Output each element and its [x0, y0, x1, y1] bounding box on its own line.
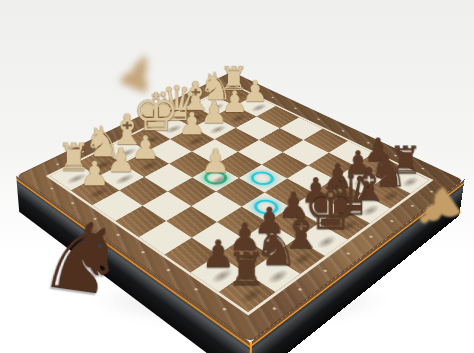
piece-shadow	[111, 171, 138, 186]
scene: ♜♞♝♚♛♝♞♜♟♟♟♟♟♟♟♟♟♟♟♟♟♟♟♟♜♞♝♚♛♝♞♜ ♟♞♟	[0, 0, 474, 353]
piece-shadow	[378, 188, 404, 204]
frame-dot	[222, 308, 227, 312]
frame-dot	[166, 269, 171, 272]
chess-board: ♜♞♝♚♛♝♞♜♟♟♟♟♟♟♟♟♟♟♟♟♟♟♟♟♜♞♝♚♛♝♞♜	[16, 72, 463, 343]
square-e4: ♟	[192, 164, 239, 191]
square-d7: ♟	[291, 193, 341, 223]
frame-dot	[129, 127, 133, 129]
piece-shadow	[288, 249, 317, 269]
frame-dot	[393, 154, 397, 156]
frame-dot	[50, 187, 54, 190]
piece-shadow	[234, 248, 264, 268]
frame-dot	[116, 234, 121, 237]
frame-dot	[250, 86, 254, 88]
piece-black-P-b7: ♟	[341, 146, 375, 179]
blurred-light-pawn-top-left: ♟	[111, 44, 166, 102]
square-d6	[264, 178, 313, 207]
frame-dot	[367, 142, 371, 144]
frame-dot	[369, 235, 374, 238]
piece-white-R-a1: ♜	[219, 63, 248, 96]
frame-dot	[323, 269, 328, 272]
frame-dot	[215, 85, 219, 87]
frame-dot	[317, 118, 321, 120]
frame-dot	[106, 139, 110, 141]
piece-shadow	[312, 233, 340, 252]
frame-dot	[71, 202, 75, 205]
frame-dot	[293, 107, 297, 109]
piece-shadow	[329, 187, 355, 203]
frame-dot	[194, 288, 199, 291]
piece-shadow	[370, 161, 395, 176]
frame-dot	[430, 190, 434, 193]
frame-dot	[195, 95, 199, 97]
frame-dot	[421, 168, 425, 170]
frame-dot	[81, 151, 85, 153]
piece-shadow	[207, 266, 238, 287]
board-frame: ♜♞♝♚♛♝♞♜♟♟♟♟♟♟♟♟♟♟♟♟♟♟♟♟♜♞♝♚♛♝♞♜	[16, 72, 463, 343]
piece-shadow	[283, 216, 311, 234]
frame-dot	[298, 288, 303, 291]
piece-shadow	[263, 266, 293, 287]
piece-shadow	[398, 174, 423, 189]
square-a1: ♜	[213, 85, 254, 105]
frame-dot	[341, 130, 345, 132]
frame-dot	[272, 307, 277, 311]
frame-dot	[141, 251, 146, 254]
piece-shadow	[236, 284, 267, 306]
frame-dot	[55, 163, 59, 165]
piece-white-N-b1: ♞	[199, 68, 228, 106]
frame-dot	[93, 217, 98, 220]
piece-shadow	[335, 217, 362, 235]
square-h2: ♟	[71, 177, 119, 206]
piece-white-N-g1: ♞	[83, 121, 116, 163]
frame-dot	[410, 205, 414, 208]
frame-dot	[174, 105, 178, 107]
piece-shadow	[227, 112, 251, 124]
frame-dot	[152, 116, 156, 118]
piece-shadow	[89, 158, 116, 173]
frame-dot	[390, 220, 395, 223]
frame-dot	[271, 97, 275, 99]
piece-black-R-a8: ♜	[389, 142, 423, 180]
piece-shadow	[357, 202, 383, 219]
frame-dot	[346, 252, 351, 255]
